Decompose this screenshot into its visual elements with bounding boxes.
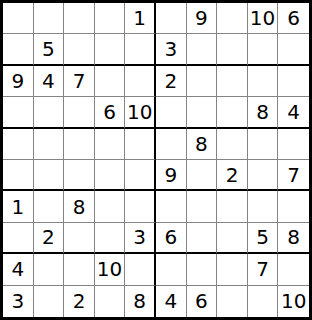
cell-r7c9-empty[interactable] bbox=[248, 191, 279, 222]
cell-r3c6-given: 2 bbox=[156, 66, 187, 97]
cell-r10c10-given: 10 bbox=[278, 286, 309, 317]
cell-r7c7-empty[interactable] bbox=[187, 191, 218, 222]
cell-r7c8-empty[interactable] bbox=[217, 191, 248, 222]
cell-r2c9-empty[interactable] bbox=[248, 34, 279, 65]
cell-r10c4-empty[interactable] bbox=[95, 286, 126, 317]
cell-r1c7-given: 9 bbox=[187, 3, 218, 34]
cell-r3c8-empty[interactable] bbox=[217, 66, 248, 97]
cell-r9c3-empty[interactable] bbox=[64, 254, 95, 285]
cell-r2c10-empty[interactable] bbox=[278, 34, 309, 65]
cell-r4c7-empty[interactable] bbox=[187, 97, 218, 128]
cell-r2c1-empty[interactable] bbox=[3, 34, 34, 65]
cell-r5c4-empty[interactable] bbox=[95, 129, 126, 160]
cell-r7c10-empty[interactable] bbox=[278, 191, 309, 222]
cell-r4c9-given: 8 bbox=[248, 97, 279, 128]
cell-r8c7-empty[interactable] bbox=[187, 223, 218, 254]
cell-r3c2-given: 4 bbox=[34, 66, 65, 97]
cell-r6c6-given: 9 bbox=[156, 160, 187, 191]
cell-r3c10-empty[interactable] bbox=[278, 66, 309, 97]
cell-r9c8-empty[interactable] bbox=[217, 254, 248, 285]
cell-r2c3-empty[interactable] bbox=[64, 34, 95, 65]
cell-r5c5-empty[interactable] bbox=[125, 129, 156, 160]
cell-r5c10-empty[interactable] bbox=[278, 129, 309, 160]
cell-r7c5-empty[interactable] bbox=[125, 191, 156, 222]
cell-r1c9-given: 10 bbox=[248, 3, 279, 34]
cell-r3c7-empty[interactable] bbox=[187, 66, 218, 97]
cell-r9c1-given: 4 bbox=[3, 254, 34, 285]
cell-r2c2-given: 5 bbox=[34, 34, 65, 65]
cell-r4c1-empty[interactable] bbox=[3, 97, 34, 128]
cell-r7c2-empty[interactable] bbox=[34, 191, 65, 222]
cell-r5c3-empty[interactable] bbox=[64, 129, 95, 160]
cell-r3c4-empty[interactable] bbox=[95, 66, 126, 97]
cell-r10c1-given: 3 bbox=[3, 286, 34, 317]
cell-r8c4-empty[interactable] bbox=[95, 223, 126, 254]
cell-r1c8-empty[interactable] bbox=[217, 3, 248, 34]
cell-r4c5-given: 10 bbox=[125, 97, 156, 128]
cell-r4c4-given: 6 bbox=[95, 97, 126, 128]
cell-r3c1-given: 9 bbox=[3, 66, 34, 97]
cell-r3c9-empty[interactable] bbox=[248, 66, 279, 97]
cell-r8c2-given: 2 bbox=[34, 223, 65, 254]
cell-r6c7-empty[interactable] bbox=[187, 160, 218, 191]
cell-r5c2-empty[interactable] bbox=[34, 129, 65, 160]
cell-r5c1-empty[interactable] bbox=[3, 129, 34, 160]
cell-r10c9-empty[interactable] bbox=[248, 286, 279, 317]
cell-r1c6-empty[interactable] bbox=[156, 3, 187, 34]
cell-r10c6-given: 4 bbox=[156, 286, 187, 317]
cell-r10c5-given: 8 bbox=[125, 286, 156, 317]
cell-r9c7-empty[interactable] bbox=[187, 254, 218, 285]
cell-r9c5-empty[interactable] bbox=[125, 254, 156, 285]
cell-r8c1-empty[interactable] bbox=[3, 223, 34, 254]
cell-r1c2-empty[interactable] bbox=[34, 3, 65, 34]
cell-r6c8-given: 2 bbox=[217, 160, 248, 191]
sudoku-board: 19106539472610848927182365841073284610 bbox=[0, 0, 312, 320]
cell-r4c2-empty[interactable] bbox=[34, 97, 65, 128]
cell-r9c10-empty[interactable] bbox=[278, 254, 309, 285]
cell-r6c9-empty[interactable] bbox=[248, 160, 279, 191]
cell-r6c4-empty[interactable] bbox=[95, 160, 126, 191]
cell-r3c3-given: 7 bbox=[64, 66, 95, 97]
cell-r6c3-empty[interactable] bbox=[64, 160, 95, 191]
cell-r5c8-empty[interactable] bbox=[217, 129, 248, 160]
cell-r4c8-empty[interactable] bbox=[217, 97, 248, 128]
cell-r8c8-empty[interactable] bbox=[217, 223, 248, 254]
cell-r10c2-empty[interactable] bbox=[34, 286, 65, 317]
cell-r2c5-empty[interactable] bbox=[125, 34, 156, 65]
cell-r7c4-empty[interactable] bbox=[95, 191, 126, 222]
cell-r9c6-empty[interactable] bbox=[156, 254, 187, 285]
cell-r2c8-empty[interactable] bbox=[217, 34, 248, 65]
cell-r7c6-empty[interactable] bbox=[156, 191, 187, 222]
cell-r8c9-given: 5 bbox=[248, 223, 279, 254]
cell-r2c7-empty[interactable] bbox=[187, 34, 218, 65]
cell-r10c8-empty[interactable] bbox=[217, 286, 248, 317]
cell-r10c3-given: 2 bbox=[64, 286, 95, 317]
cell-r9c2-empty[interactable] bbox=[34, 254, 65, 285]
cell-r8c6-given: 6 bbox=[156, 223, 187, 254]
cell-r7c1-given: 1 bbox=[3, 191, 34, 222]
cell-r6c1-empty[interactable] bbox=[3, 160, 34, 191]
cell-r10c7-given: 6 bbox=[187, 286, 218, 317]
cell-r6c5-empty[interactable] bbox=[125, 160, 156, 191]
cell-r9c9-given: 7 bbox=[248, 254, 279, 285]
cell-r5c7-given: 8 bbox=[187, 129, 218, 160]
cell-r9c4-given: 10 bbox=[95, 254, 126, 285]
cell-r3c5-empty[interactable] bbox=[125, 66, 156, 97]
cell-r1c5-given: 1 bbox=[125, 3, 156, 34]
cell-r7c3-given: 8 bbox=[64, 191, 95, 222]
cell-r1c4-empty[interactable] bbox=[95, 3, 126, 34]
cell-r6c10-given: 7 bbox=[278, 160, 309, 191]
cell-r2c6-given: 3 bbox=[156, 34, 187, 65]
cell-r2c4-empty[interactable] bbox=[95, 34, 126, 65]
cell-r4c6-empty[interactable] bbox=[156, 97, 187, 128]
cell-r1c1-empty[interactable] bbox=[3, 3, 34, 34]
cell-r8c3-empty[interactable] bbox=[64, 223, 95, 254]
cell-r5c9-empty[interactable] bbox=[248, 129, 279, 160]
cell-r1c10-given: 6 bbox=[278, 3, 309, 34]
cell-r8c5-given: 3 bbox=[125, 223, 156, 254]
cell-r4c10-given: 4 bbox=[278, 97, 309, 128]
cell-r6c2-empty[interactable] bbox=[34, 160, 65, 191]
cell-r1c3-empty[interactable] bbox=[64, 3, 95, 34]
cell-r4c3-empty[interactable] bbox=[64, 97, 95, 128]
cell-r8c10-given: 8 bbox=[278, 223, 309, 254]
cell-r5c6-empty[interactable] bbox=[156, 129, 187, 160]
